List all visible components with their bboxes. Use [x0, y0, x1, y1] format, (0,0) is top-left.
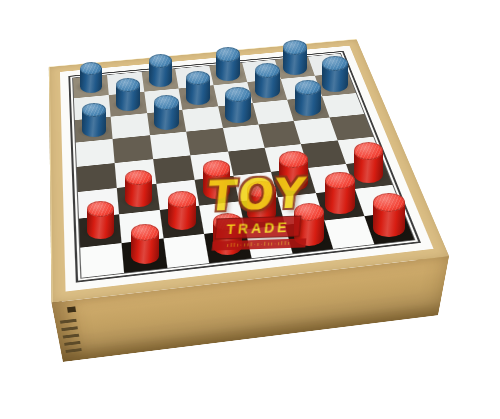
- square-d5: [190, 151, 233, 179]
- square-a6: [78, 188, 120, 219]
- photo-scene: [0, 0, 500, 419]
- square-a5[interactable]: [77, 163, 117, 192]
- square-e6: [233, 172, 278, 202]
- square-d8[interactable]: [204, 229, 251, 263]
- board-inner-border: [72, 53, 415, 279]
- square-b5: [115, 159, 156, 188]
- square-c8: [163, 234, 209, 268]
- square-a7[interactable]: [79, 214, 122, 247]
- square-h6[interactable]: [346, 160, 393, 189]
- product-photo-stage: TOY TRADE ıllı·ııl·ı·lıı·ıllı: [0, 0, 500, 419]
- wooden-box: [49, 39, 449, 303]
- square-a4: [76, 139, 115, 167]
- square-b6[interactable]: [117, 184, 159, 215]
- board-paper: [60, 46, 434, 292]
- square-h5: [337, 136, 382, 163]
- square-d6[interactable]: [195, 176, 239, 206]
- square-d4[interactable]: [186, 128, 227, 155]
- square-e8: [245, 225, 293, 259]
- square-a8: [80, 243, 124, 278]
- square-b8[interactable]: [122, 238, 167, 273]
- square-e5[interactable]: [228, 148, 271, 176]
- square-e7[interactable]: [239, 197, 285, 229]
- square-h7: [354, 185, 402, 216]
- square-c4: [150, 132, 191, 159]
- board-outer-border: [68, 51, 421, 283]
- square-c6: [156, 180, 199, 210]
- square-c7[interactable]: [160, 206, 205, 238]
- square-f8[interactable]: [285, 220, 334, 253]
- square-g8: [325, 216, 374, 249]
- square-d7: [199, 202, 244, 234]
- square-f6[interactable]: [271, 168, 316, 198]
- square-b4[interactable]: [113, 135, 153, 162]
- checkers-board: [73, 54, 414, 278]
- nail-hole: [67, 306, 76, 312]
- square-h8[interactable]: [364, 211, 414, 244]
- dovetail-joints-icon: [60, 319, 82, 355]
- square-c5[interactable]: [153, 155, 195, 184]
- square-f7: [278, 193, 325, 224]
- square-g6: [308, 164, 354, 193]
- square-g7[interactable]: [316, 189, 364, 220]
- square-b7: [119, 210, 163, 243]
